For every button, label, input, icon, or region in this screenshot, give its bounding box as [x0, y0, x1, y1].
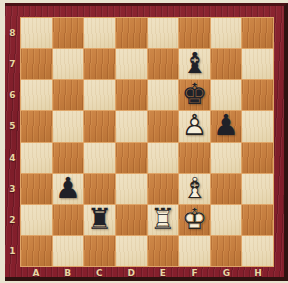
square-a3[interactable]	[21, 174, 52, 204]
black-bishop-glyph: ♝	[179, 49, 210, 79]
file-label-g: G	[211, 267, 243, 279]
square-d3[interactable]	[116, 174, 147, 204]
square-b4[interactable]	[53, 143, 84, 173]
square-h7[interactable]	[242, 49, 273, 79]
rank-label-8: 8	[5, 17, 20, 48]
square-c6[interactable]	[84, 80, 115, 110]
square-d4[interactable]	[116, 143, 147, 173]
square-c2[interactable]: ♜	[84, 205, 115, 235]
white-bishop-outline: ♗	[179, 174, 210, 204]
board-grid: ♝♚♟♙♟♟♝♗♜♜♖♚♔	[20, 17, 274, 267]
piece-black-bishop-f7[interactable]: ♝	[179, 49, 210, 79]
square-g3[interactable]	[211, 174, 242, 204]
piece-white-rook-e2[interactable]: ♜♖	[148, 205, 179, 235]
square-h3[interactable]	[242, 174, 273, 204]
square-e7[interactable]	[148, 49, 179, 79]
square-a7[interactable]	[21, 49, 52, 79]
square-b5[interactable]	[53, 111, 84, 141]
black-king-glyph: ♚	[179, 80, 210, 110]
square-c4[interactable]	[84, 143, 115, 173]
square-f2[interactable]: ♚♔	[179, 205, 210, 235]
square-e5[interactable]	[148, 111, 179, 141]
square-a6[interactable]	[21, 80, 52, 110]
piece-white-king-f2[interactable]: ♚♔	[179, 205, 210, 235]
square-c1[interactable]	[84, 236, 115, 266]
square-b1[interactable]	[53, 236, 84, 266]
square-e2[interactable]: ♜♖	[148, 205, 179, 235]
square-f3[interactable]: ♝♗	[179, 174, 210, 204]
square-h2[interactable]	[242, 205, 273, 235]
square-e6[interactable]	[148, 80, 179, 110]
rank-label-2: 2	[5, 205, 20, 236]
square-f6[interactable]: ♚	[179, 80, 210, 110]
file-label-d: D	[115, 267, 147, 279]
piece-black-pawn-b3[interactable]: ♟	[53, 174, 84, 204]
file-label-c: C	[84, 267, 116, 279]
rank-label-4: 4	[5, 142, 20, 173]
chess-diagram: 87654321 ABCDEFGH ♝♚♟♙♟♟♝♗♜♜♖♚♔	[0, 0, 288, 283]
file-label-a: A	[20, 267, 52, 279]
square-e8[interactable]	[148, 18, 179, 48]
piece-black-king-f6[interactable]: ♚	[179, 80, 210, 110]
square-d1[interactable]	[116, 236, 147, 266]
square-e3[interactable]	[148, 174, 179, 204]
rank-label-5: 5	[5, 111, 20, 142]
square-a5[interactable]	[21, 111, 52, 141]
black-rook-glyph: ♜	[84, 205, 115, 235]
square-f4[interactable]	[179, 143, 210, 173]
piece-white-pawn-f5[interactable]: ♟♙	[179, 111, 210, 141]
square-g1[interactable]	[211, 236, 242, 266]
square-h1[interactable]	[242, 236, 273, 266]
square-b8[interactable]	[53, 18, 84, 48]
square-g6[interactable]	[211, 80, 242, 110]
square-c3[interactable]	[84, 174, 115, 204]
white-king-outline: ♔	[179, 205, 210, 235]
square-c8[interactable]	[84, 18, 115, 48]
square-g4[interactable]	[211, 143, 242, 173]
square-g8[interactable]	[211, 18, 242, 48]
piece-black-rook-c2[interactable]: ♜	[84, 205, 115, 235]
square-d8[interactable]	[116, 18, 147, 48]
black-pawn-glyph: ♟	[53, 174, 84, 204]
square-f5[interactable]: ♟♙	[179, 111, 210, 141]
white-pawn-outline: ♙	[179, 111, 210, 141]
square-b6[interactable]	[53, 80, 84, 110]
piece-white-bishop-f3[interactable]: ♝♗	[179, 174, 210, 204]
square-g7[interactable]	[211, 49, 242, 79]
rank-label-6: 6	[5, 80, 20, 111]
square-f1[interactable]	[179, 236, 210, 266]
square-c7[interactable]	[84, 49, 115, 79]
file-labels: ABCDEFGH	[20, 267, 274, 279]
board-frame: 87654321 ABCDEFGH ♝♚♟♙♟♟♝♗♜♜♖♚♔	[5, 3, 288, 281]
square-a1[interactable]	[21, 236, 52, 266]
square-h8[interactable]	[242, 18, 273, 48]
square-d7[interactable]	[116, 49, 147, 79]
square-d6[interactable]	[116, 80, 147, 110]
square-c5[interactable]	[84, 111, 115, 141]
piece-black-pawn-g5[interactable]: ♟	[211, 111, 242, 141]
square-b2[interactable]	[53, 205, 84, 235]
file-label-b: B	[52, 267, 84, 279]
square-b3[interactable]: ♟	[53, 174, 84, 204]
square-f7[interactable]: ♝	[179, 49, 210, 79]
square-h6[interactable]	[242, 80, 273, 110]
square-d5[interactable]	[116, 111, 147, 141]
square-g5[interactable]: ♟	[211, 111, 242, 141]
rank-label-1: 1	[5, 236, 20, 267]
white-rook-outline: ♖	[148, 205, 179, 235]
square-a4[interactable]	[21, 143, 52, 173]
square-d2[interactable]	[116, 205, 147, 235]
square-a2[interactable]	[21, 205, 52, 235]
square-h5[interactable]	[242, 111, 273, 141]
square-f8[interactable]	[179, 18, 210, 48]
black-pawn-glyph: ♟	[211, 111, 242, 141]
square-g2[interactable]	[211, 205, 242, 235]
rank-label-3: 3	[5, 173, 20, 204]
square-e1[interactable]	[148, 236, 179, 266]
rank-label-7: 7	[5, 48, 20, 79]
file-label-f: F	[179, 267, 211, 279]
square-a8[interactable]	[21, 18, 52, 48]
file-label-h: H	[242, 267, 274, 279]
file-label-e: E	[147, 267, 179, 279]
square-h4[interactable]	[242, 143, 273, 173]
square-b7[interactable]	[53, 49, 84, 79]
square-e4[interactable]	[148, 143, 179, 173]
rank-labels: 87654321	[5, 17, 20, 267]
